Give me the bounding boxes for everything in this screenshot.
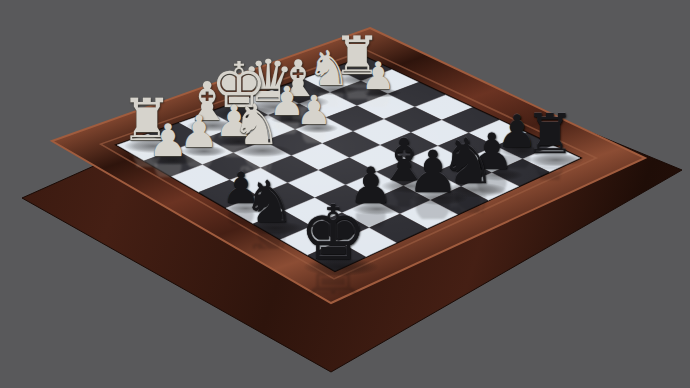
- piece-black-pawn-d7[interactable]: ♟: [407, 143, 459, 201]
- piece-white-pawn-h2[interactable]: ♟: [148, 118, 188, 163]
- piece-white-pawn-a2[interactable]: ♟: [361, 57, 395, 95]
- piece-black-king-h8[interactable]: ♚: [299, 196, 366, 271]
- piece-black-rook-a8[interactable]: ♜: [525, 107, 574, 162]
- piece-black-knight-h6[interactable]: ♞: [243, 173, 295, 231]
- piece-white-knight-f3[interactable]: ♞: [231, 97, 281, 153]
- piece-white-pawn-d3[interactable]: ♟: [296, 90, 332, 130]
- chess-scene: ♜♜♞♞♟♟♝♝♛♛♚♚♟♟♝♝♟♟♟♟♜♜♞♞♟♟♟♟♜♜♟♟♟♟♝♝♞♞♟♟…: [0, 0, 690, 388]
